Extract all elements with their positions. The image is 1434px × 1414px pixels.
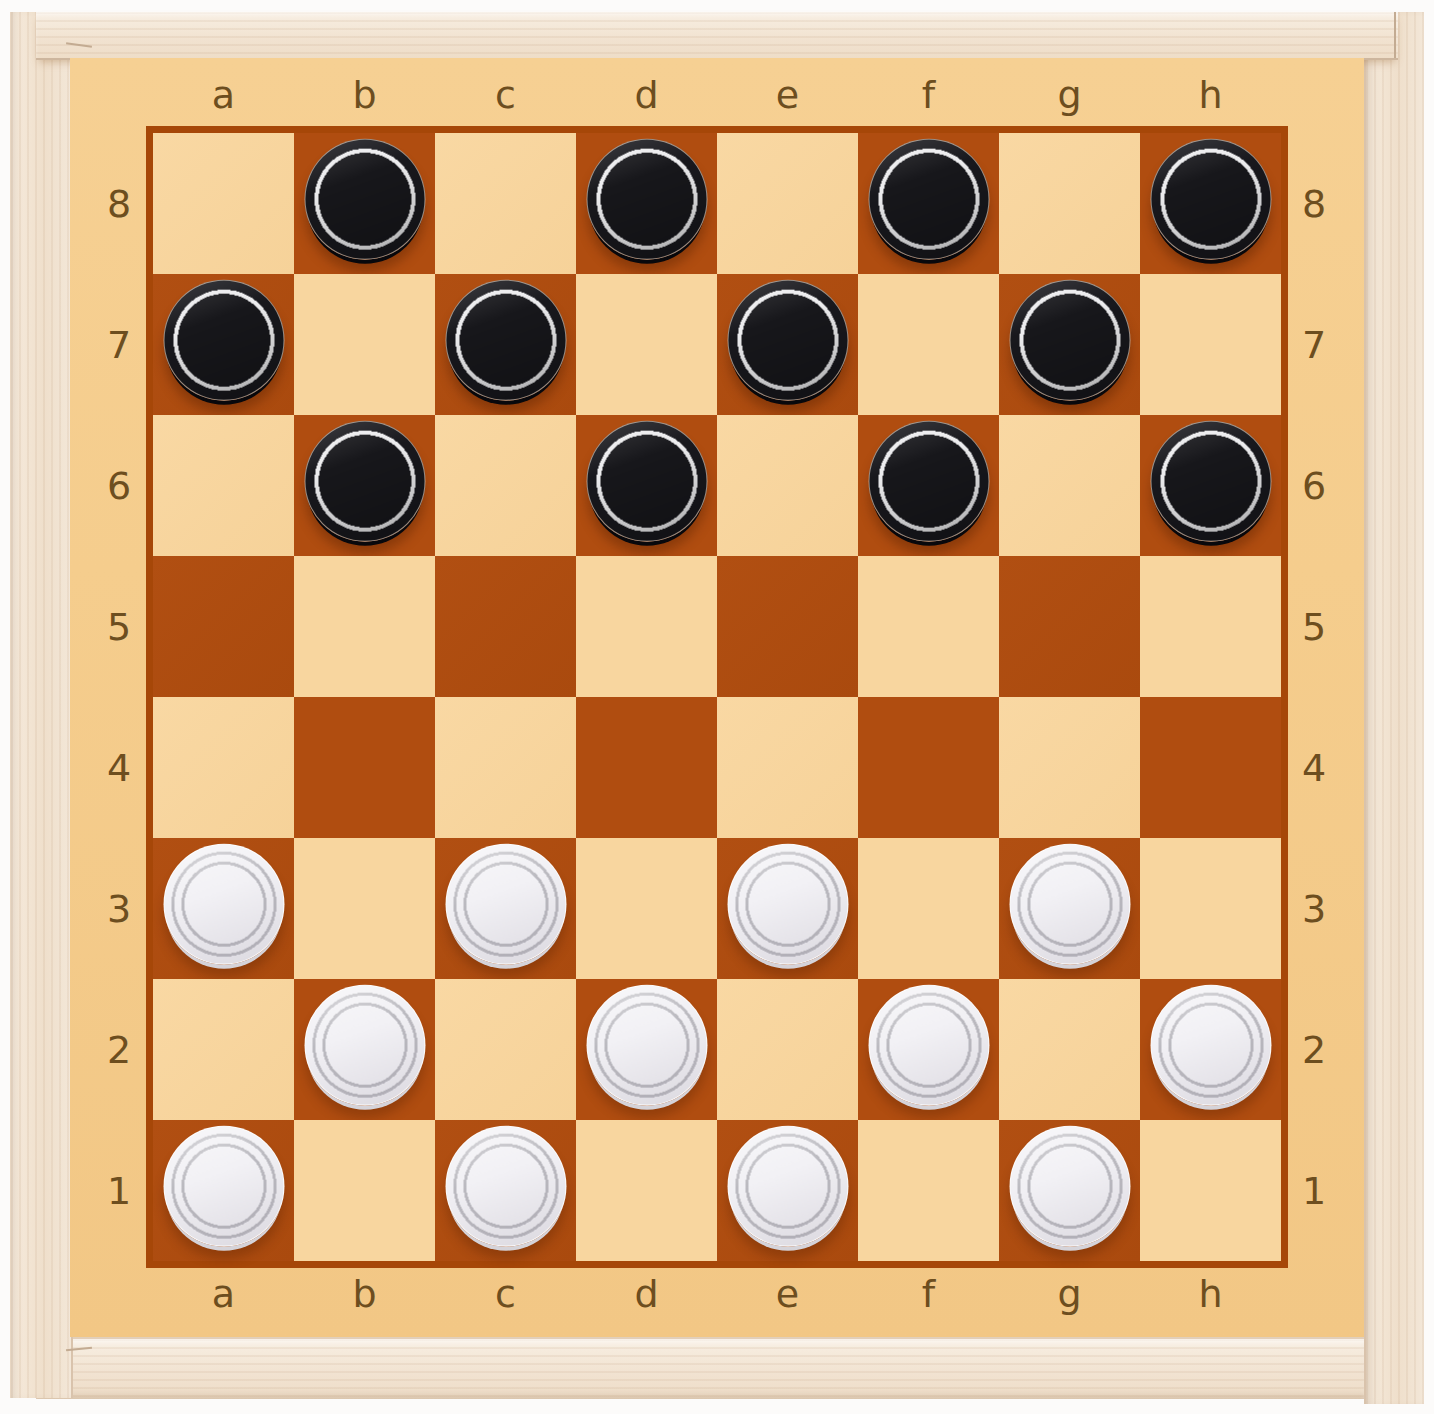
black-checker-a7[interactable] [163, 279, 284, 400]
file-label-top-a: a [153, 64, 294, 126]
white-checker-b2[interactable] [304, 984, 425, 1105]
square-a8[interactable] [153, 133, 294, 274]
file-labels-bottom: abcdefgh [153, 1264, 1281, 1324]
square-h1[interactable] [1140, 1120, 1281, 1261]
square-e5[interactable] [717, 556, 858, 697]
square-f5[interactable] [858, 556, 999, 697]
white-checker-a1[interactable] [163, 1125, 284, 1246]
file-label-top-h: h [1140, 64, 1281, 126]
rank-labels-right: 87654321 [1288, 133, 1340, 1261]
square-b8[interactable] [294, 133, 435, 274]
file-label-bottom-b: b [294, 1264, 435, 1324]
square-a3[interactable] [153, 838, 294, 979]
rank-label-right-1: 1 [1288, 1120, 1340, 1261]
square-a2[interactable] [153, 979, 294, 1120]
square-e2[interactable] [717, 979, 858, 1120]
rank-label-right-8: 8 [1288, 133, 1340, 274]
square-a7[interactable] [153, 274, 294, 415]
square-d7[interactable] [576, 274, 717, 415]
black-checker-c7[interactable] [445, 279, 566, 400]
black-checker-g7[interactable] [1009, 279, 1130, 400]
black-checker-f6[interactable] [868, 420, 989, 541]
square-c3[interactable] [435, 838, 576, 979]
square-f1[interactable] [858, 1120, 999, 1261]
square-g4[interactable] [999, 697, 1140, 838]
frame-right-rail [1364, 12, 1424, 1404]
black-checker-h6[interactable] [1150, 420, 1271, 541]
square-e8[interactable] [717, 133, 858, 274]
board-surface: abcdefgh abcdefgh 87654321 87654321 [70, 58, 1364, 1337]
square-e6[interactable] [717, 415, 858, 556]
white-checker-g3[interactable] [1009, 843, 1130, 964]
white-checker-e1[interactable] [727, 1125, 848, 1246]
square-f4[interactable] [858, 697, 999, 838]
square-d8[interactable] [576, 133, 717, 274]
black-checker-f8[interactable] [868, 138, 989, 259]
square-g8[interactable] [999, 133, 1140, 274]
rank-label-right-2: 2 [1288, 979, 1340, 1120]
square-a6[interactable] [153, 415, 294, 556]
square-b2[interactable] [294, 979, 435, 1120]
file-label-bottom-h: h [1140, 1264, 1281, 1324]
square-g3[interactable] [999, 838, 1140, 979]
square-c4[interactable] [435, 697, 576, 838]
square-h4[interactable] [1140, 697, 1281, 838]
rank-label-right-4: 4 [1288, 697, 1340, 838]
white-checker-f2[interactable] [868, 984, 989, 1105]
square-a1[interactable] [153, 1120, 294, 1261]
square-e3[interactable] [717, 838, 858, 979]
file-label-bottom-g: g [999, 1264, 1140, 1324]
frame-left-rail [10, 12, 73, 1398]
square-d1[interactable] [576, 1120, 717, 1261]
file-label-bottom-e: e [717, 1264, 858, 1324]
file-labels-top: abcdefgh [153, 64, 1281, 126]
square-a4[interactable] [153, 697, 294, 838]
square-b3[interactable] [294, 838, 435, 979]
square-c2[interactable] [435, 979, 576, 1120]
file-label-top-e: e [717, 64, 858, 126]
black-checker-d6[interactable] [586, 420, 707, 541]
rank-label-right-3: 3 [1288, 838, 1340, 979]
square-b7[interactable] [294, 274, 435, 415]
square-c7[interactable] [435, 274, 576, 415]
play-area [146, 126, 1288, 1268]
square-f3[interactable] [858, 838, 999, 979]
board-grid [153, 133, 1281, 1261]
square-h6[interactable] [1140, 415, 1281, 556]
square-d5[interactable] [576, 556, 717, 697]
black-checker-h8[interactable] [1150, 138, 1271, 259]
square-g7[interactable] [999, 274, 1140, 415]
black-checker-b6[interactable] [304, 420, 425, 541]
file-label-bottom-c: c [435, 1264, 576, 1324]
white-checker-c3[interactable] [445, 843, 566, 964]
square-b6[interactable] [294, 415, 435, 556]
frame-joint-seam [1394, 12, 1396, 58]
file-label-top-c: c [435, 64, 576, 126]
square-f7[interactable] [858, 274, 999, 415]
square-h2[interactable] [1140, 979, 1281, 1120]
square-h8[interactable] [1140, 133, 1281, 274]
white-checker-d2[interactable] [586, 984, 707, 1105]
square-g6[interactable] [999, 415, 1140, 556]
file-label-bottom-a: a [153, 1264, 294, 1324]
white-checker-c1[interactable] [445, 1125, 566, 1246]
file-label-bottom-d: d [576, 1264, 717, 1324]
square-d4[interactable] [576, 697, 717, 838]
square-b1[interactable] [294, 1120, 435, 1261]
square-d2[interactable] [576, 979, 717, 1120]
file-label-top-b: b [294, 64, 435, 126]
rank-label-right-6: 6 [1288, 415, 1340, 556]
square-e7[interactable] [717, 274, 858, 415]
square-d6[interactable] [576, 415, 717, 556]
file-label-top-g: g [999, 64, 1140, 126]
square-e1[interactable] [717, 1120, 858, 1261]
square-g5[interactable] [999, 556, 1140, 697]
file-label-top-f: f [858, 64, 999, 126]
square-c6[interactable] [435, 415, 576, 556]
square-f8[interactable] [858, 133, 999, 274]
black-checker-e7[interactable] [727, 279, 848, 400]
black-checker-b8[interactable] [304, 138, 425, 259]
square-f6[interactable] [858, 415, 999, 556]
square-h7[interactable] [1140, 274, 1281, 415]
file-label-bottom-f: f [858, 1264, 999, 1324]
square-e4[interactable] [717, 697, 858, 838]
square-g2[interactable] [999, 979, 1140, 1120]
square-c5[interactable] [435, 556, 576, 697]
white-checker-e3[interactable] [727, 843, 848, 964]
square-d3[interactable] [576, 838, 717, 979]
square-c1[interactable] [435, 1120, 576, 1261]
rank-label-right-5: 5 [1288, 556, 1340, 697]
square-h3[interactable] [1140, 838, 1281, 979]
frame-top-rail [36, 12, 1398, 60]
frame-bottom-rail [36, 1337, 1364, 1399]
square-a5[interactable] [153, 556, 294, 697]
file-label-top-d: d [576, 64, 717, 126]
square-f2[interactable] [858, 979, 999, 1120]
board-photo: abcdefgh abcdefgh 87654321 87654321 [0, 0, 1434, 1414]
square-h5[interactable] [1140, 556, 1281, 697]
white-checker-h2[interactable] [1150, 984, 1271, 1105]
square-c8[interactable] [435, 133, 576, 274]
square-g1[interactable] [999, 1120, 1140, 1261]
black-checker-d8[interactable] [586, 138, 707, 259]
white-checker-a3[interactable] [163, 843, 284, 964]
rank-label-right-7: 7 [1288, 274, 1340, 415]
square-b5[interactable] [294, 556, 435, 697]
white-checker-g1[interactable] [1009, 1125, 1130, 1246]
square-b4[interactable] [294, 697, 435, 838]
